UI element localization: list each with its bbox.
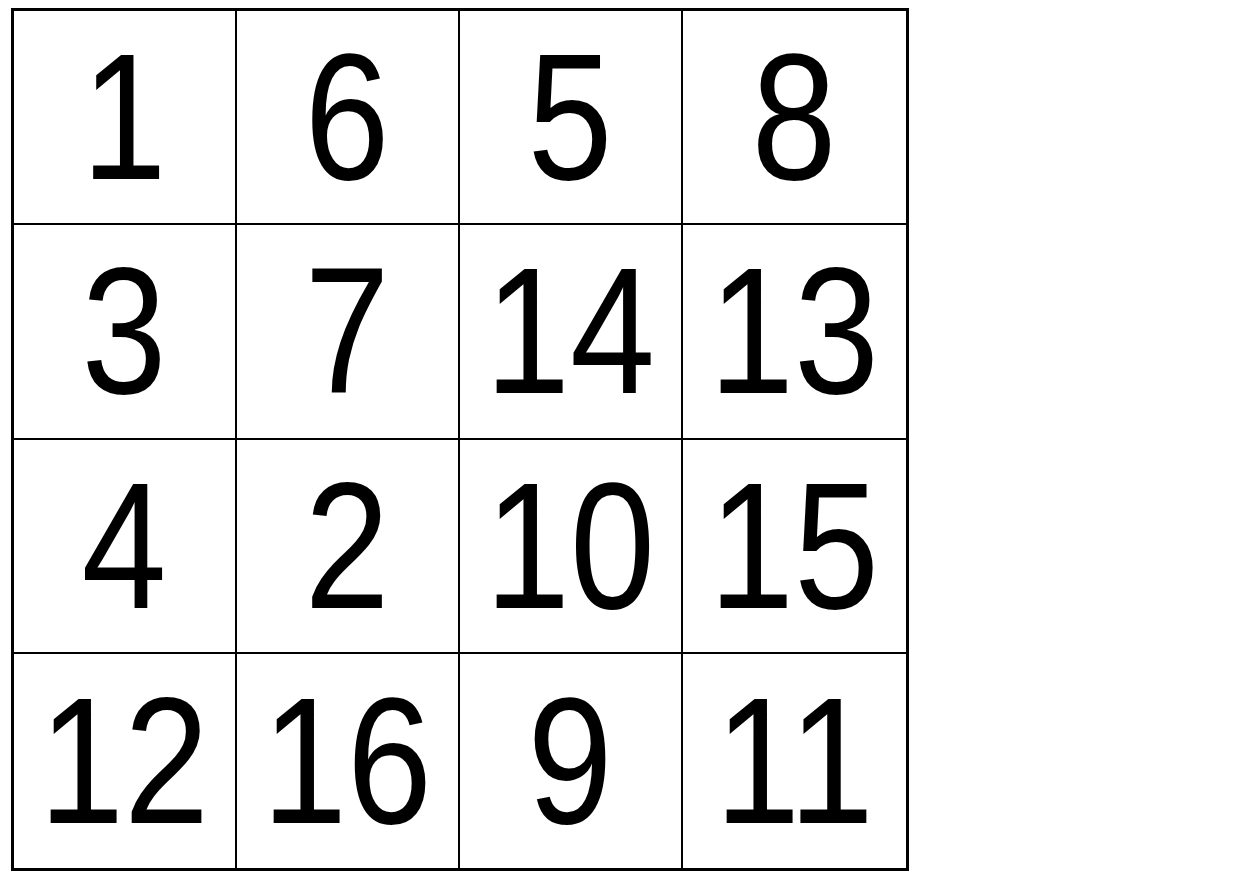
cell-r1c2[interactable]: 6 bbox=[237, 11, 460, 225]
cell-r2c1[interactable]: 3 bbox=[14, 225, 237, 439]
cell-r1c3[interactable]: 5 bbox=[460, 11, 683, 225]
page-background: 1 6 5 8 3 7 14 13 4 2 10 bbox=[0, 0, 1242, 887]
cell-r2c2[interactable]: 7 bbox=[237, 225, 460, 439]
cell-value: 10 bbox=[485, 456, 655, 636]
cell-r4c3[interactable]: 9 bbox=[460, 654, 683, 868]
cell-value: 7 bbox=[305, 241, 390, 421]
cell-r4c4[interactable]: 11 bbox=[683, 654, 906, 868]
cell-r1c1[interactable]: 1 bbox=[14, 11, 237, 225]
cell-r2c3[interactable]: 14 bbox=[460, 225, 683, 439]
cell-value: 4 bbox=[82, 456, 167, 636]
cell-value: 13 bbox=[709, 241, 879, 421]
cell-value: 12 bbox=[39, 671, 209, 851]
cell-value: 15 bbox=[709, 456, 879, 636]
cell-value: 6 bbox=[305, 27, 390, 207]
cell-r4c2[interactable]: 16 bbox=[237, 654, 460, 868]
cell-value: 5 bbox=[528, 27, 613, 207]
cell-value: 11 bbox=[715, 671, 874, 851]
cell-value: 16 bbox=[262, 671, 432, 851]
cell-value: 3 bbox=[82, 241, 167, 421]
cell-value: 2 bbox=[305, 456, 390, 636]
cell-value: 9 bbox=[528, 671, 613, 851]
number-grid-board: 1 6 5 8 3 7 14 13 4 2 10 bbox=[11, 8, 909, 871]
cell-r1c4[interactable]: 8 bbox=[683, 11, 906, 225]
cell-r3c1[interactable]: 4 bbox=[14, 440, 237, 654]
cell-value: 14 bbox=[485, 241, 655, 421]
cell-value: 1 bbox=[82, 27, 167, 207]
cell-r3c2[interactable]: 2 bbox=[237, 440, 460, 654]
cell-r3c3[interactable]: 10 bbox=[460, 440, 683, 654]
cell-r3c4[interactable]: 15 bbox=[683, 440, 906, 654]
cell-r2c4[interactable]: 13 bbox=[683, 225, 906, 439]
cell-r4c1[interactable]: 12 bbox=[14, 654, 237, 868]
cell-value: 8 bbox=[752, 27, 837, 207]
